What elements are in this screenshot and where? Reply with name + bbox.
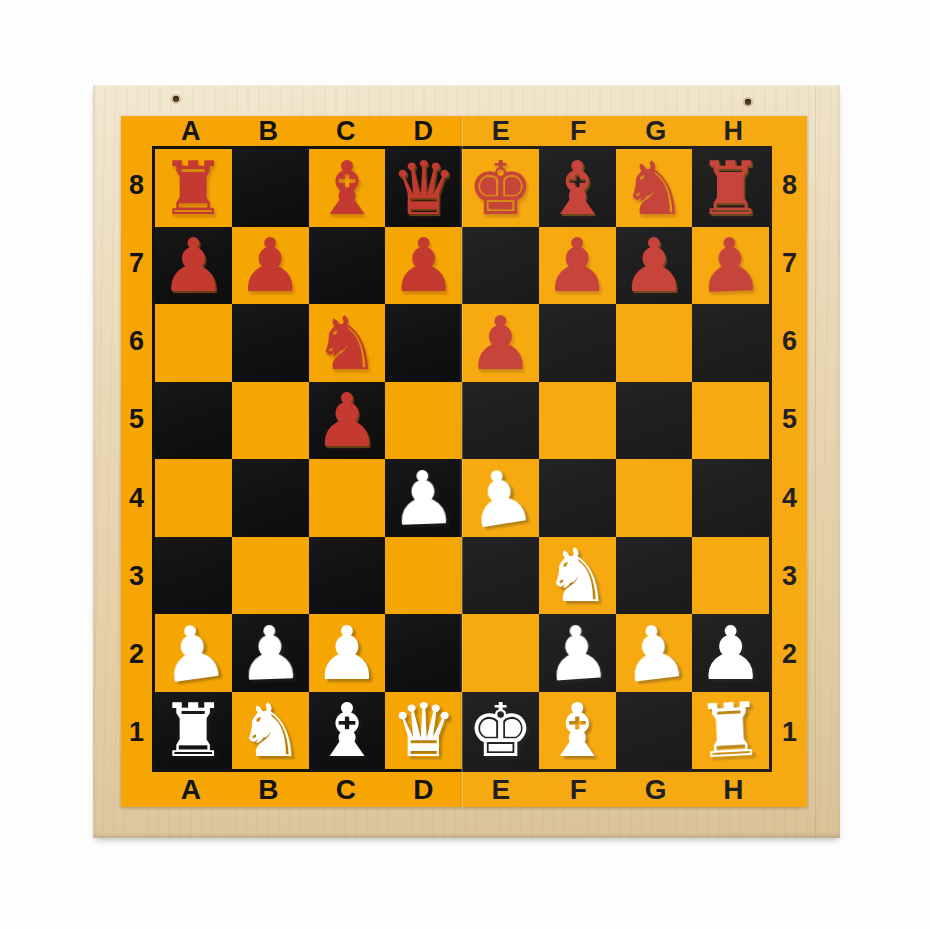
square-f8[interactable]: ♝ xyxy=(539,149,616,227)
frame-seam xyxy=(815,85,816,838)
square-f1[interactable]: ♝ xyxy=(539,692,616,770)
rank-label: 7 xyxy=(121,224,152,302)
square-h3[interactable] xyxy=(692,537,769,615)
file-label: G xyxy=(617,772,695,807)
red-bishop[interactable]: ♝ xyxy=(314,151,380,225)
white-pawn[interactable]: ♟ xyxy=(236,615,305,691)
square-f6[interactable] xyxy=(539,304,616,382)
square-b1[interactable]: ♞ xyxy=(232,692,309,770)
square-h4[interactable] xyxy=(692,459,769,537)
square-g2[interactable]: ♟ xyxy=(616,614,693,692)
white-pawn[interactable]: ♟ xyxy=(462,456,539,539)
red-queen[interactable]: ♛ xyxy=(390,151,456,225)
square-h1[interactable]: ♜ xyxy=(692,692,769,770)
square-d2[interactable] xyxy=(385,614,462,692)
square-f7[interactable]: ♟ xyxy=(539,227,616,305)
square-a6[interactable] xyxy=(155,304,232,382)
square-h6[interactable] xyxy=(692,304,769,382)
file-label: C xyxy=(307,116,385,146)
rank-label: 6 xyxy=(772,303,807,381)
screw-hole xyxy=(745,99,751,105)
file-label: B xyxy=(230,116,308,146)
file-label: H xyxy=(695,772,773,807)
square-c2[interactable]: ♟ xyxy=(309,614,386,692)
wooden-frame: ABCDEFGH ABCDEFGH 87654321 87654321 ♜♝♛♚… xyxy=(93,85,840,838)
square-a3[interactable] xyxy=(155,537,232,615)
square-d5[interactable] xyxy=(385,382,462,460)
screw-hole xyxy=(173,96,179,102)
rank-label: 1 xyxy=(121,694,152,772)
square-a2[interactable]: ♟ xyxy=(155,614,232,692)
square-e8[interactable]: ♚ xyxy=(462,149,539,227)
square-g3[interactable] xyxy=(616,537,693,615)
file-label: D xyxy=(385,772,463,807)
square-d6[interactable] xyxy=(385,304,462,382)
rank-labels-left: 87654321 xyxy=(121,146,152,772)
square-e4[interactable]: ♟ xyxy=(462,459,539,537)
white-rook[interactable]: ♜ xyxy=(160,693,226,767)
red-pawn[interactable]: ♟ xyxy=(467,306,533,380)
square-e7[interactable] xyxy=(462,227,539,305)
white-king[interactable]: ♚ xyxy=(467,693,533,767)
square-h5[interactable] xyxy=(692,382,769,460)
square-a1[interactable]: ♜ xyxy=(155,692,232,770)
rank-labels-right: 87654321 xyxy=(772,146,807,772)
file-label: D xyxy=(385,116,463,146)
file-label: B xyxy=(230,772,308,807)
file-label: H xyxy=(695,116,773,146)
white-pawn[interactable]: ♟ xyxy=(155,611,231,694)
red-rook[interactable]: ♜ xyxy=(160,151,226,225)
file-label: F xyxy=(540,116,618,146)
square-b3[interactable] xyxy=(232,537,309,615)
file-label: A xyxy=(152,116,230,146)
white-queen[interactable]: ♛ xyxy=(390,693,456,767)
square-g6[interactable] xyxy=(616,304,693,382)
square-b2[interactable]: ♟ xyxy=(232,614,309,692)
file-label: A xyxy=(152,772,230,807)
square-c4[interactable] xyxy=(309,459,386,537)
square-a4[interactable] xyxy=(155,459,232,537)
red-pawn[interactable]: ♟ xyxy=(621,228,687,302)
square-b6[interactable] xyxy=(232,304,309,382)
square-c5[interactable]: ♟ xyxy=(309,382,386,460)
file-label: F xyxy=(540,772,618,807)
square-e5[interactable] xyxy=(462,382,539,460)
square-h2[interactable]: ♟ xyxy=(692,614,769,692)
white-pawn[interactable]: ♟ xyxy=(541,614,612,692)
square-c6[interactable]: ♞ xyxy=(309,304,386,382)
red-pawn[interactable]: ♟ xyxy=(237,228,303,302)
white-pawn[interactable]: ♟ xyxy=(389,460,458,536)
file-label: C xyxy=(307,772,385,807)
square-c3[interactable] xyxy=(309,537,386,615)
square-b4[interactable] xyxy=(232,459,309,537)
square-a8[interactable]: ♜ xyxy=(155,149,232,227)
square-c8[interactable]: ♝ xyxy=(309,149,386,227)
file-labels-top: ABCDEFGH xyxy=(152,116,772,146)
square-h8[interactable]: ♜ xyxy=(692,149,769,227)
square-f3[interactable]: ♞ xyxy=(539,537,616,615)
rank-label: 5 xyxy=(772,381,807,459)
rank-label: 7 xyxy=(772,224,807,302)
red-rook[interactable]: ♜ xyxy=(697,151,763,225)
white-knight[interactable]: ♞ xyxy=(544,538,610,612)
red-knight[interactable]: ♞ xyxy=(621,151,687,225)
red-pawn[interactable]: ♟ xyxy=(544,228,610,302)
red-pawn[interactable]: ♟ xyxy=(696,227,765,303)
rank-label: 5 xyxy=(121,381,152,459)
red-knight[interactable]: ♞ xyxy=(314,306,380,380)
red-pawn[interactable]: ♟ xyxy=(314,383,380,457)
square-g5[interactable] xyxy=(616,382,693,460)
rank-label: 3 xyxy=(772,537,807,615)
square-b8[interactable] xyxy=(232,149,309,227)
white-rook[interactable]: ♜ xyxy=(696,692,766,769)
square-g1[interactable] xyxy=(616,692,693,770)
square-f4[interactable] xyxy=(539,459,616,537)
red-bishop[interactable]: ♝ xyxy=(544,151,610,225)
white-knight[interactable]: ♞ xyxy=(237,693,303,767)
red-pawn[interactable]: ♟ xyxy=(390,228,456,302)
rank-label: 2 xyxy=(772,616,807,694)
square-d8[interactable]: ♛ xyxy=(385,149,462,227)
rank-label: 3 xyxy=(121,537,152,615)
chess-board: ♜♝♛♚♝♞♜♟♟♟♟♟♟♞♟♟♟♟♞♟♟♟♟♟♟♜♞♝♛♚♝♜ xyxy=(152,146,772,772)
square-f5[interactable] xyxy=(539,382,616,460)
square-d3[interactable] xyxy=(385,537,462,615)
file-labels-bottom: ABCDEFGH xyxy=(152,772,772,807)
board-mat: ABCDEFGH ABCDEFGH 87654321 87654321 ♜♝♛♚… xyxy=(121,116,807,807)
square-c1[interactable]: ♝ xyxy=(309,692,386,770)
demo-chessboard-photo: ABCDEFGH ABCDEFGH 87654321 87654321 ♜♝♛♚… xyxy=(0,0,930,929)
white-bishop[interactable]: ♝ xyxy=(314,693,380,767)
rank-label: 6 xyxy=(121,303,152,381)
square-d1[interactable]: ♛ xyxy=(385,692,462,770)
square-b5[interactable] xyxy=(232,382,309,460)
white-pawn[interactable]: ♟ xyxy=(616,612,691,694)
square-e6[interactable]: ♟ xyxy=(462,304,539,382)
file-label: E xyxy=(462,116,540,146)
square-f2[interactable]: ♟ xyxy=(539,614,616,692)
red-king[interactable]: ♚ xyxy=(467,151,533,225)
square-a5[interactable] xyxy=(155,382,232,460)
square-g8[interactable]: ♞ xyxy=(616,149,693,227)
rank-label: 4 xyxy=(772,459,807,537)
rank-label: 1 xyxy=(772,694,807,772)
rank-label: 8 xyxy=(121,146,152,224)
square-a7[interactable]: ♟ xyxy=(155,227,232,305)
square-d7[interactable]: ♟ xyxy=(385,227,462,305)
square-g4[interactable] xyxy=(616,459,693,537)
white-bishop[interactable]: ♝ xyxy=(544,693,610,767)
square-h7[interactable]: ♟ xyxy=(692,227,769,305)
square-c7[interactable] xyxy=(309,227,386,305)
red-pawn[interactable]: ♟ xyxy=(160,228,226,302)
file-label: E xyxy=(462,772,540,807)
square-e3[interactable] xyxy=(462,537,539,615)
square-b7[interactable]: ♟ xyxy=(232,227,309,305)
rank-label: 2 xyxy=(121,616,152,694)
square-g7[interactable]: ♟ xyxy=(616,227,693,305)
square-e2[interactable] xyxy=(462,614,539,692)
square-e1[interactable]: ♚ xyxy=(462,692,539,770)
rank-label: 8 xyxy=(772,146,807,224)
rank-label: 4 xyxy=(121,459,152,537)
white-pawn[interactable]: ♟ xyxy=(314,616,380,690)
square-d4[interactable]: ♟ xyxy=(385,459,462,537)
file-label: G xyxy=(617,116,695,146)
white-pawn[interactable]: ♟ xyxy=(697,616,763,690)
